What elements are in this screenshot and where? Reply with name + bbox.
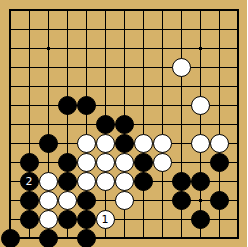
intersection-r5-c4 bbox=[77, 96, 96, 115]
black-stone bbox=[58, 172, 77, 191]
intersection-r1-c5 bbox=[96, 20, 115, 39]
intersection-r3-c9 bbox=[172, 58, 191, 77]
intersection-r12-c7 bbox=[134, 229, 153, 247]
intersection-r0-c6 bbox=[115, 1, 134, 20]
intersection-r8-c10 bbox=[191, 153, 210, 172]
intersection-r2-c9 bbox=[172, 39, 191, 58]
white-stone bbox=[153, 153, 172, 172]
intersection-r4-c6 bbox=[115, 77, 134, 96]
intersection-r8-c6 bbox=[115, 153, 134, 172]
intersection-r4-c3 bbox=[58, 77, 77, 96]
intersection-r9-c10 bbox=[191, 172, 210, 191]
intersection-r12-c8 bbox=[153, 229, 172, 247]
stone-label: 1 bbox=[102, 214, 109, 225]
intersection-r4-c1 bbox=[20, 77, 39, 96]
intersection-r5-c1 bbox=[20, 96, 39, 115]
intersection-r7-c2 bbox=[39, 134, 58, 153]
intersection-r7-c10 bbox=[191, 134, 210, 153]
intersection-r9-c5 bbox=[96, 172, 115, 191]
intersection-r2-c7 bbox=[134, 39, 153, 58]
intersection-r8-c11 bbox=[210, 153, 229, 172]
intersection-r4-c5 bbox=[96, 77, 115, 96]
intersection-r12-c0 bbox=[1, 229, 20, 247]
white-stone bbox=[96, 153, 115, 172]
intersection-r0-c8 bbox=[153, 1, 172, 20]
intersection-r5-c7 bbox=[134, 96, 153, 115]
intersection-r0-c0 bbox=[1, 1, 20, 20]
intersection-r6-c4 bbox=[77, 115, 96, 134]
intersection-r0-c5 bbox=[96, 1, 115, 20]
white-stone bbox=[77, 134, 96, 153]
intersection-r3-c10 bbox=[191, 58, 210, 77]
intersection-r2-c5 bbox=[96, 39, 115, 58]
intersection-r7-c4 bbox=[77, 134, 96, 153]
white-stone bbox=[134, 134, 153, 153]
intersection-r1-c0 bbox=[1, 20, 20, 39]
black-stone bbox=[96, 115, 115, 134]
intersection-r9-c6 bbox=[115, 172, 134, 191]
intersection-r1-c4 bbox=[77, 20, 96, 39]
intersection-r10-c0 bbox=[1, 191, 20, 210]
intersection-r11-c4 bbox=[77, 210, 96, 229]
intersection-r9-c3 bbox=[58, 172, 77, 191]
intersection-r1-c9 bbox=[172, 20, 191, 39]
intersection-r5-c12 bbox=[229, 96, 248, 115]
intersection-r1-c10 bbox=[191, 20, 210, 39]
white-stone bbox=[210, 134, 229, 153]
black-stone bbox=[77, 229, 96, 247]
intersection-r2-c2 bbox=[39, 39, 58, 58]
intersection-r4-c8 bbox=[153, 77, 172, 96]
intersection-r3-c7 bbox=[134, 58, 153, 77]
intersection-r8-c8 bbox=[153, 153, 172, 172]
intersection-r7-c6 bbox=[115, 134, 134, 153]
intersection-r0-c10 bbox=[191, 1, 210, 20]
black-stone: 2 bbox=[20, 172, 39, 191]
intersection-r9-c0 bbox=[1, 172, 20, 191]
intersection-r0-c7 bbox=[134, 1, 153, 20]
black-stone bbox=[58, 153, 77, 172]
intersection-r3-c4 bbox=[77, 58, 96, 77]
intersection-r1-c6 bbox=[115, 20, 134, 39]
intersection-r1-c7 bbox=[134, 20, 153, 39]
intersection-r3-c12 bbox=[229, 58, 248, 77]
intersection-r11-c10 bbox=[191, 210, 210, 229]
intersection-r11-c5: 1 bbox=[96, 210, 115, 229]
intersection-r11-c7 bbox=[134, 210, 153, 229]
white-stone bbox=[77, 172, 96, 191]
intersection-r5-c3 bbox=[58, 96, 77, 115]
intersection-r12-c11 bbox=[210, 229, 229, 247]
intersection-r10-c10 bbox=[191, 191, 210, 210]
white-stone bbox=[115, 191, 134, 210]
intersection-r8-c0 bbox=[1, 153, 20, 172]
intersection-r9-c4 bbox=[77, 172, 96, 191]
intersection-r12-c1 bbox=[20, 229, 39, 247]
intersection-r6-c0 bbox=[1, 115, 20, 134]
intersection-r7-c9 bbox=[172, 134, 191, 153]
intersection-r5-c0 bbox=[1, 96, 20, 115]
black-stone bbox=[1, 229, 20, 247]
intersection-r2-c8 bbox=[153, 39, 172, 58]
intersection-r0-c9 bbox=[172, 1, 191, 20]
white-stone bbox=[96, 134, 115, 153]
black-stone bbox=[20, 153, 39, 172]
intersection-r12-c5 bbox=[96, 229, 115, 247]
white-stone bbox=[172, 58, 191, 77]
intersection-r9-c2 bbox=[39, 172, 58, 191]
intersection-r4-c4 bbox=[77, 77, 96, 96]
intersection-r4-c7 bbox=[134, 77, 153, 96]
intersection-r6-c12 bbox=[229, 115, 248, 134]
intersection-r5-c11 bbox=[210, 96, 229, 115]
intersection-r3-c0 bbox=[1, 58, 20, 77]
intersection-r6-c11 bbox=[210, 115, 229, 134]
intersection-r4-c12 bbox=[229, 77, 248, 96]
intersection-r0-c11 bbox=[210, 1, 229, 20]
intersection-r8-c7 bbox=[134, 153, 153, 172]
intersection-r2-c3 bbox=[58, 39, 77, 58]
white-stone bbox=[153, 134, 172, 153]
intersection-r12-c10 bbox=[191, 229, 210, 247]
black-stone bbox=[77, 210, 96, 229]
intersection-r11-c6 bbox=[115, 210, 134, 229]
intersection-r0-c2 bbox=[39, 1, 58, 20]
intersection-r0-c12 bbox=[229, 1, 248, 20]
black-stone bbox=[39, 134, 58, 153]
intersection-r3-c3 bbox=[58, 58, 77, 77]
white-stone bbox=[39, 172, 58, 191]
intersection-r11-c1 bbox=[20, 210, 39, 229]
black-stone bbox=[210, 153, 229, 172]
intersection-r7-c12 bbox=[229, 134, 248, 153]
black-stone bbox=[20, 191, 39, 210]
white-stone bbox=[115, 172, 134, 191]
intersection-r3-c2 bbox=[39, 58, 58, 77]
intersection-r10-c8 bbox=[153, 191, 172, 210]
intersection-r7-c5 bbox=[96, 134, 115, 153]
intersection-r2-c4 bbox=[77, 39, 96, 58]
intersection-r5-c5 bbox=[96, 96, 115, 115]
intersection-r6-c3 bbox=[58, 115, 77, 134]
intersection-r8-c4 bbox=[77, 153, 96, 172]
intersection-r11-c3 bbox=[58, 210, 77, 229]
intersection-r4-c11 bbox=[210, 77, 229, 96]
intersection-r12-c4 bbox=[77, 229, 96, 247]
go-board: 21 bbox=[0, 0, 247, 247]
white-stone bbox=[191, 96, 210, 115]
white-stone bbox=[96, 172, 115, 191]
intersection-r4-c10 bbox=[191, 77, 210, 96]
intersection-r6-c8 bbox=[153, 115, 172, 134]
black-stone bbox=[115, 115, 134, 134]
white-stone: 1 bbox=[96, 210, 115, 229]
intersection-r7-c0 bbox=[1, 134, 20, 153]
intersection-r7-c1 bbox=[20, 134, 39, 153]
intersection-r0-c4 bbox=[77, 1, 96, 20]
intersection-r5-c6 bbox=[115, 96, 134, 115]
intersection-r11-c8 bbox=[153, 210, 172, 229]
intersection-r8-c5 bbox=[96, 153, 115, 172]
intersection-r11-c11 bbox=[210, 210, 229, 229]
black-stone bbox=[172, 172, 191, 191]
intersection-r3-c1 bbox=[20, 58, 39, 77]
intersection-r9-c11 bbox=[210, 172, 229, 191]
black-stone bbox=[191, 172, 210, 191]
intersection-r8-c12 bbox=[229, 153, 248, 172]
intersection-r6-c1 bbox=[20, 115, 39, 134]
intersection-r3-c11 bbox=[210, 58, 229, 77]
intersection-r10-c1 bbox=[20, 191, 39, 210]
black-stone bbox=[39, 229, 58, 247]
intersection-r6-c7 bbox=[134, 115, 153, 134]
intersection-r10-c12 bbox=[229, 191, 248, 210]
intersection-r5-c8 bbox=[153, 96, 172, 115]
intersection-r11-c0 bbox=[1, 210, 20, 229]
intersection-r9-c1: 2 bbox=[20, 172, 39, 191]
intersection-r2-c10 bbox=[191, 39, 210, 58]
intersection-r2-c6 bbox=[115, 39, 134, 58]
intersection-r12-c6 bbox=[115, 229, 134, 247]
white-stone bbox=[39, 191, 58, 210]
black-stone bbox=[134, 153, 153, 172]
intersection-r11-c12 bbox=[229, 210, 248, 229]
intersection-r9-c8 bbox=[153, 172, 172, 191]
intersection-r4-c0 bbox=[1, 77, 20, 96]
intersection-r2-c1 bbox=[20, 39, 39, 58]
intersection-r6-c2 bbox=[39, 115, 58, 134]
intersection-r8-c9 bbox=[172, 153, 191, 172]
intersection-r0-c1 bbox=[20, 1, 39, 20]
intersection-r12-c12 bbox=[229, 229, 248, 247]
intersection-r3-c6 bbox=[115, 58, 134, 77]
intersection-r1-c2 bbox=[39, 20, 58, 39]
intersection-r8-c2 bbox=[39, 153, 58, 172]
intersection-r9-c12 bbox=[229, 172, 248, 191]
black-stone bbox=[210, 191, 229, 210]
intersection-r11-c9 bbox=[172, 210, 191, 229]
black-stone bbox=[20, 210, 39, 229]
intersection-r4-c9 bbox=[172, 77, 191, 96]
white-stone bbox=[115, 153, 134, 172]
intersection-r9-c9 bbox=[172, 172, 191, 191]
intersection-r10-c3 bbox=[58, 191, 77, 210]
intersection-r7-c3 bbox=[58, 134, 77, 153]
black-stone bbox=[134, 172, 153, 191]
white-stone bbox=[58, 191, 77, 210]
intersection-r5-c9 bbox=[172, 96, 191, 115]
intersection-r10-c2 bbox=[39, 191, 58, 210]
intersection-r10-c5 bbox=[96, 191, 115, 210]
intersection-r2-c12 bbox=[229, 39, 248, 58]
intersection-r10-c6 bbox=[115, 191, 134, 210]
intersection-r7-c11 bbox=[210, 134, 229, 153]
black-stone bbox=[77, 96, 96, 115]
intersection-r2-c0 bbox=[1, 39, 20, 58]
intersection-r9-c7 bbox=[134, 172, 153, 191]
intersection-r3-c5 bbox=[96, 58, 115, 77]
intersection-r7-c7 bbox=[134, 134, 153, 153]
intersection-r7-c8 bbox=[153, 134, 172, 153]
intersection-r4-c2 bbox=[39, 77, 58, 96]
white-stone bbox=[191, 134, 210, 153]
intersection-r1-c12 bbox=[229, 20, 248, 39]
intersection-r10-c7 bbox=[134, 191, 153, 210]
intersection-r2-c11 bbox=[210, 39, 229, 58]
intersection-r8-c1 bbox=[20, 153, 39, 172]
black-stone bbox=[58, 96, 77, 115]
intersection-r10-c11 bbox=[210, 191, 229, 210]
intersection-r5-c10 bbox=[191, 96, 210, 115]
white-stone bbox=[39, 210, 58, 229]
intersection-r1-c1 bbox=[20, 20, 39, 39]
intersection-r10-c4 bbox=[77, 191, 96, 210]
intersection-r12-c2 bbox=[39, 229, 58, 247]
intersection-r6-c5 bbox=[96, 115, 115, 134]
intersection-r5-c2 bbox=[39, 96, 58, 115]
intersection-r12-c3 bbox=[58, 229, 77, 247]
black-stone bbox=[115, 134, 134, 153]
intersection-r1-c11 bbox=[210, 20, 229, 39]
board-grid: 21 bbox=[1, 1, 248, 247]
black-stone bbox=[58, 210, 77, 229]
intersection-r6-c9 bbox=[172, 115, 191, 134]
intersection-r11-c2 bbox=[39, 210, 58, 229]
stone-label: 2 bbox=[26, 176, 33, 187]
black-stone bbox=[172, 191, 191, 210]
intersection-r8-c3 bbox=[58, 153, 77, 172]
intersection-r1-c3 bbox=[58, 20, 77, 39]
intersection-r6-c10 bbox=[191, 115, 210, 134]
intersection-r0-c3 bbox=[58, 1, 77, 20]
white-stone bbox=[77, 153, 96, 172]
black-stone bbox=[191, 210, 210, 229]
intersection-r6-c6 bbox=[115, 115, 134, 134]
intersection-r3-c8 bbox=[153, 58, 172, 77]
black-stone bbox=[77, 191, 96, 210]
intersection-r12-c9 bbox=[172, 229, 191, 247]
intersection-r1-c8 bbox=[153, 20, 172, 39]
intersection-r10-c9 bbox=[172, 191, 191, 210]
